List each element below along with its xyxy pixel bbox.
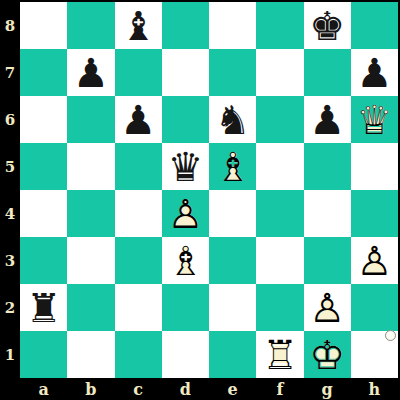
square-g3[interactable] (304, 237, 351, 284)
square-a4[interactable] (20, 190, 67, 237)
square-a7[interactable] (20, 49, 67, 96)
square-b5[interactable] (67, 143, 114, 190)
square-c6[interactable]: ♟ (115, 96, 162, 143)
square-b1[interactable] (67, 331, 114, 378)
black-piece-glyph: ♜ (20, 284, 67, 331)
white-pawn-piece[interactable]: ♟♙ (162, 190, 209, 237)
white-piece-outline: ♖ (256, 331, 303, 378)
black-pawn-piece[interactable]: ♟ (115, 96, 162, 143)
square-h7[interactable]: ♟ (351, 49, 398, 96)
square-c4[interactable] (115, 190, 162, 237)
black-piece-glyph: ♟ (351, 49, 398, 96)
file-label-b: b (67, 378, 114, 400)
square-f5[interactable] (256, 143, 303, 190)
rank-labels: 87654321 (0, 2, 20, 378)
square-d2[interactable] (162, 284, 209, 331)
black-piece-glyph: ♟ (304, 96, 351, 143)
square-d5[interactable]: ♛ (162, 143, 209, 190)
file-labels: abcdefgh (20, 378, 398, 400)
white-pawn-piece[interactable]: ♟♙ (351, 237, 398, 284)
square-e2[interactable] (209, 284, 256, 331)
square-a6[interactable] (20, 96, 67, 143)
white-king-piece[interactable]: ♚♔ (304, 331, 351, 378)
rank-label-8: 8 (0, 2, 20, 49)
square-f6[interactable] (256, 96, 303, 143)
black-queen-piece[interactable]: ♛ (162, 143, 209, 190)
square-c8[interactable]: ♝ (115, 2, 162, 49)
square-b6[interactable] (67, 96, 114, 143)
black-piece-glyph: ♚ (304, 2, 351, 49)
black-rook-piece[interactable]: ♜ (20, 284, 67, 331)
square-f1[interactable]: ♜♖ (256, 331, 303, 378)
square-e1[interactable] (209, 331, 256, 378)
square-c1[interactable] (115, 331, 162, 378)
white-pawn-piece[interactable]: ♟♙ (304, 284, 351, 331)
square-b2[interactable] (67, 284, 114, 331)
white-queen-piece[interactable]: ♛♕ (351, 96, 398, 143)
square-a2[interactable]: ♜ (20, 284, 67, 331)
square-e6[interactable]: ♞ (209, 96, 256, 143)
black-piece-glyph: ♟ (67, 49, 114, 96)
square-e3[interactable] (209, 237, 256, 284)
chess-board-frame: ♝♚♟♟♟♞♟♛♕♛♝♗♟♙♝♗♟♙♜♟♙♜♖♚♔ 87654321 abcde… (0, 0, 400, 400)
white-piece-outline: ♙ (351, 237, 398, 284)
black-piece-glyph: ♝ (115, 2, 162, 49)
square-h2[interactable] (351, 284, 398, 331)
square-e7[interactable] (209, 49, 256, 96)
square-c2[interactable] (115, 284, 162, 331)
white-piece-outline: ♗ (162, 237, 209, 284)
square-f8[interactable] (256, 2, 303, 49)
black-piece-glyph: ♟ (115, 96, 162, 143)
black-piece-glyph: ♛ (162, 143, 209, 190)
white-piece-outline: ♙ (304, 284, 351, 331)
square-h4[interactable] (351, 190, 398, 237)
white-bishop-piece[interactable]: ♝♗ (209, 143, 256, 190)
square-h5[interactable] (351, 143, 398, 190)
rank-label-2: 2 (0, 284, 20, 331)
square-g6[interactable]: ♟ (304, 96, 351, 143)
black-pawn-piece[interactable]: ♟ (67, 49, 114, 96)
square-b3[interactable] (67, 237, 114, 284)
square-b7[interactable]: ♟ (67, 49, 114, 96)
square-a8[interactable] (20, 2, 67, 49)
square-d3[interactable]: ♝♗ (162, 237, 209, 284)
square-d1[interactable] (162, 331, 209, 378)
rank-label-7: 7 (0, 49, 20, 96)
square-d4[interactable]: ♟♙ (162, 190, 209, 237)
file-label-c: c (115, 378, 162, 400)
file-label-e: e (209, 378, 256, 400)
square-f2[interactable] (256, 284, 303, 331)
square-g8[interactable]: ♚ (304, 2, 351, 49)
black-pawn-piece[interactable]: ♟ (351, 49, 398, 96)
square-e5[interactable]: ♝♗ (209, 143, 256, 190)
square-c7[interactable] (115, 49, 162, 96)
square-b4[interactable] (67, 190, 114, 237)
square-c3[interactable] (115, 237, 162, 284)
black-piece-glyph: ♞ (209, 96, 256, 143)
rank-label-1: 1 (0, 331, 20, 378)
square-g7[interactable] (304, 49, 351, 96)
square-d8[interactable] (162, 2, 209, 49)
square-a5[interactable] (20, 143, 67, 190)
white-piece-outline: ♔ (304, 331, 351, 378)
file-label-a: a (20, 378, 67, 400)
black-pawn-piece[interactable]: ♟ (304, 96, 351, 143)
white-piece-outline: ♙ (162, 190, 209, 237)
square-g2[interactable]: ♟♙ (304, 284, 351, 331)
file-label-d: d (162, 378, 209, 400)
rank-label-6: 6 (0, 96, 20, 143)
square-d6[interactable] (162, 96, 209, 143)
file-label-f: f (256, 378, 303, 400)
white-to-move-indicator (385, 330, 396, 341)
square-h6[interactable]: ♛♕ (351, 96, 398, 143)
chess-board: ♝♚♟♟♟♞♟♛♕♛♝♗♟♙♝♗♟♙♜♟♙♜♖♚♔ (20, 2, 398, 378)
white-piece-outline: ♕ (351, 96, 398, 143)
rank-label-4: 4 (0, 190, 20, 237)
square-h8[interactable] (351, 2, 398, 49)
file-label-g: g (304, 378, 351, 400)
square-g4[interactable] (304, 190, 351, 237)
square-h3[interactable]: ♟♙ (351, 237, 398, 284)
file-label-h: h (351, 378, 398, 400)
black-bishop-piece[interactable]: ♝ (115, 2, 162, 49)
rank-label-5: 5 (0, 143, 20, 190)
square-a3[interactable] (20, 237, 67, 284)
square-f4[interactable] (256, 190, 303, 237)
square-f3[interactable] (256, 237, 303, 284)
square-g1[interactable]: ♚♔ (304, 331, 351, 378)
square-e4[interactable] (209, 190, 256, 237)
square-g5[interactable] (304, 143, 351, 190)
square-b8[interactable] (67, 2, 114, 49)
black-knight-piece[interactable]: ♞ (209, 96, 256, 143)
square-f7[interactable] (256, 49, 303, 96)
square-c5[interactable] (115, 143, 162, 190)
square-d7[interactable] (162, 49, 209, 96)
white-bishop-piece[interactable]: ♝♗ (162, 237, 209, 284)
square-a1[interactable] (20, 331, 67, 378)
rank-label-3: 3 (0, 237, 20, 284)
square-e8[interactable] (209, 2, 256, 49)
black-king-piece[interactable]: ♚ (304, 2, 351, 49)
white-piece-outline: ♗ (209, 143, 256, 190)
white-rook-piece[interactable]: ♜♖ (256, 331, 303, 378)
